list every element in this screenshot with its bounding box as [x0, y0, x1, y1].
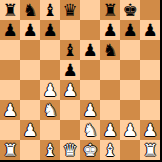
- square-g1[interactable]: [120, 140, 140, 160]
- piece-white-rook[interactable]: ♜: [0, 140, 20, 160]
- piece-black-pawn[interactable]: ♟: [140, 20, 160, 40]
- square-b7[interactable]: ♟: [20, 20, 40, 40]
- piece-white-queen[interactable]: ♛: [60, 140, 80, 160]
- piece-black-pawn[interactable]: ♟: [0, 20, 20, 40]
- square-h7[interactable]: ♟: [140, 20, 160, 40]
- square-g2[interactable]: ♟: [120, 120, 140, 140]
- piece-black-pawn[interactable]: ♟: [80, 40, 100, 60]
- square-b4[interactable]: [20, 80, 40, 100]
- piece-white-pawn[interactable]: ♟: [100, 120, 120, 140]
- square-h3[interactable]: [140, 100, 160, 120]
- square-a8[interactable]: ♜: [0, 0, 20, 20]
- square-d4[interactable]: ♟: [60, 80, 80, 100]
- piece-white-bishop[interactable]: ♝: [100, 140, 120, 160]
- piece-black-bishop[interactable]: ♝: [60, 40, 80, 60]
- square-d3[interactable]: [60, 100, 80, 120]
- square-a4[interactable]: [0, 80, 20, 100]
- square-g3[interactable]: [120, 100, 140, 120]
- piece-black-pawn[interactable]: ♟: [40, 20, 60, 40]
- square-a2[interactable]: [0, 120, 20, 140]
- square-b5[interactable]: [20, 60, 40, 80]
- square-c4[interactable]: ♟: [40, 80, 60, 100]
- piece-black-pawn[interactable]: ♟: [120, 20, 140, 40]
- square-b2[interactable]: ♟: [20, 120, 40, 140]
- piece-black-rook[interactable]: ♜: [100, 0, 120, 20]
- square-h6[interactable]: [140, 40, 160, 60]
- square-e2[interactable]: ♞: [80, 120, 100, 140]
- square-f2[interactable]: ♟: [100, 120, 120, 140]
- piece-white-pawn[interactable]: ♟: [40, 80, 60, 100]
- square-e1[interactable]: ♚: [80, 140, 100, 160]
- square-e4[interactable]: [80, 80, 100, 100]
- square-c7[interactable]: ♟: [40, 20, 60, 40]
- square-d2[interactable]: [60, 120, 80, 140]
- square-h2[interactable]: ♟: [140, 120, 160, 140]
- square-e5[interactable]: [80, 60, 100, 80]
- piece-white-pawn[interactable]: ♟: [80, 100, 100, 120]
- square-e7[interactable]: [80, 20, 100, 40]
- piece-white-knight[interactable]: ♞: [40, 100, 60, 120]
- square-c5[interactable]: [40, 60, 60, 80]
- square-a7[interactable]: ♟: [0, 20, 20, 40]
- piece-white-pawn[interactable]: ♟: [60, 80, 80, 100]
- square-d5[interactable]: ♟: [60, 60, 80, 80]
- square-g4[interactable]: [120, 80, 140, 100]
- piece-white-rook[interactable]: ♜: [140, 140, 160, 160]
- piece-black-knight[interactable]: ♞: [20, 0, 40, 20]
- square-g7[interactable]: ♟: [120, 20, 140, 40]
- square-f5[interactable]: [100, 60, 120, 80]
- piece-black-knight[interactable]: ♞: [100, 40, 120, 60]
- square-b3[interactable]: [20, 100, 40, 120]
- square-d1[interactable]: ♛: [60, 140, 80, 160]
- square-g5[interactable]: [120, 60, 140, 80]
- piece-white-pawn[interactable]: ♟: [120, 120, 140, 140]
- square-e8[interactable]: [80, 0, 100, 20]
- piece-white-knight[interactable]: ♞: [80, 120, 100, 140]
- square-b1[interactable]: [20, 140, 40, 160]
- square-a6[interactable]: [0, 40, 20, 60]
- piece-black-pawn[interactable]: ♟: [100, 20, 120, 40]
- piece-black-rook[interactable]: ♜: [0, 0, 20, 20]
- square-h4[interactable]: [140, 80, 160, 100]
- piece-white-pawn[interactable]: ♟: [140, 120, 160, 140]
- square-f6[interactable]: ♞: [100, 40, 120, 60]
- piece-white-pawn[interactable]: ♟: [20, 120, 40, 140]
- piece-black-pawn[interactable]: ♟: [60, 60, 80, 80]
- piece-black-pawn[interactable]: ♟: [20, 20, 40, 40]
- chess-board[interactable]: ♜♞♝♛♜♚♟♟♟♟♟♟♝♟♞♟♟♟♟♞♟♟♞♟♟♟♜♝♛♚♝♜: [0, 0, 160, 160]
- square-g8[interactable]: ♚: [120, 0, 140, 20]
- piece-black-queen[interactable]: ♛: [60, 0, 80, 20]
- square-f4[interactable]: [100, 80, 120, 100]
- piece-white-pawn[interactable]: ♟: [0, 100, 20, 120]
- square-b6[interactable]: [20, 40, 40, 60]
- square-f8[interactable]: ♜: [100, 0, 120, 20]
- square-c1[interactable]: ♝: [40, 140, 60, 160]
- square-a3[interactable]: ♟: [0, 100, 20, 120]
- square-c6[interactable]: [40, 40, 60, 60]
- square-e3[interactable]: ♟: [80, 100, 100, 120]
- square-f7[interactable]: ♟: [100, 20, 120, 40]
- square-d6[interactable]: ♝: [60, 40, 80, 60]
- square-d7[interactable]: [60, 20, 80, 40]
- piece-white-king[interactable]: ♚: [80, 140, 100, 160]
- square-a1[interactable]: ♜: [0, 140, 20, 160]
- square-h5[interactable]: [140, 60, 160, 80]
- piece-white-bishop[interactable]: ♝: [40, 140, 60, 160]
- square-e6[interactable]: ♟: [80, 40, 100, 60]
- square-c3[interactable]: ♞: [40, 100, 60, 120]
- square-d8[interactable]: ♛: [60, 0, 80, 20]
- square-c8[interactable]: ♝: [40, 0, 60, 20]
- square-g6[interactable]: [120, 40, 140, 60]
- square-f3[interactable]: [100, 100, 120, 120]
- chess-board-frame: ♜♞♝♛♜♚♟♟♟♟♟♟♝♟♞♟♟♟♟♞♟♟♞♟♟♟♜♝♛♚♝♜: [0, 0, 162, 162]
- square-b8[interactable]: ♞: [20, 0, 40, 20]
- square-a5[interactable]: [0, 60, 20, 80]
- square-f1[interactable]: ♝: [100, 140, 120, 160]
- piece-black-king[interactable]: ♚: [120, 0, 140, 20]
- piece-black-bishop[interactable]: ♝: [40, 0, 60, 20]
- square-c2[interactable]: [40, 120, 60, 140]
- square-h1[interactable]: ♜: [140, 140, 160, 160]
- square-h8[interactable]: [140, 0, 160, 20]
